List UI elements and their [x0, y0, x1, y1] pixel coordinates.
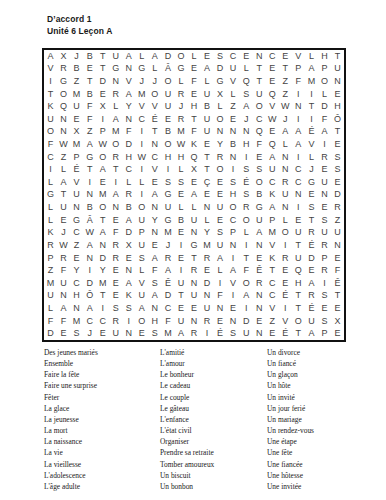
doc-subtitle: Unité 6 Leçon A [47, 25, 112, 37]
grid-cell: T [305, 214, 318, 227]
grid-cell: L [279, 138, 292, 151]
grid-cell: W [57, 239, 70, 252]
grid-cell: A [83, 239, 96, 252]
grid-cell: M [109, 126, 122, 139]
grid-cell: R [331, 201, 344, 214]
grid-cell: O [96, 151, 109, 164]
grid-cell: X [331, 315, 344, 328]
grid-cell: É [305, 302, 318, 315]
grid-cell: S [174, 176, 187, 189]
grid-cell: E [305, 264, 318, 277]
grid-cell: E [266, 63, 279, 76]
grid-cell: R [318, 264, 331, 277]
grid-cell: U [253, 214, 266, 227]
grid-cell: N [214, 126, 227, 139]
grid-cell: T [201, 163, 214, 176]
grid-cell: L [135, 176, 148, 189]
grid-cell: M [135, 88, 148, 101]
grid-cell: U [292, 227, 305, 240]
grid-cell: U [70, 189, 83, 202]
word-list-item: Une invitée [267, 481, 377, 492]
grid-cell: H [240, 138, 253, 151]
grid-cell: A [305, 327, 318, 340]
grid-cell: G [70, 214, 83, 227]
grid-cell: R [122, 189, 135, 202]
grid-cell: I [174, 239, 187, 252]
grid-cell: J [57, 227, 70, 240]
grid-cell: A [174, 327, 187, 340]
word-list-item: Fêter [44, 392, 156, 403]
grid-cell: E [96, 327, 109, 340]
grid-cell: U [57, 277, 70, 290]
grid-cell: L [214, 264, 227, 277]
grid-cell: S [240, 88, 253, 101]
word-list-column-3: Un divorceUn fiancéUn glaçonUn hôteUn in… [267, 347, 377, 492]
grid-cell: R [57, 252, 70, 265]
grid-cell: V [70, 176, 83, 189]
grid-cell: C [161, 302, 174, 315]
grid-cell: M [266, 227, 279, 240]
grid-cell: N [57, 113, 70, 126]
grid-cell: N [201, 201, 214, 214]
grid-cell: G [109, 63, 122, 76]
grid-cell: F [292, 75, 305, 88]
grid-cell: T [201, 151, 214, 164]
grid-cell: B [83, 201, 96, 214]
grid-cell: D [201, 277, 214, 290]
grid-cell: D [122, 138, 135, 151]
grid-cell: I [292, 113, 305, 126]
grid-cell: V [44, 63, 57, 76]
grid-cell: T [96, 63, 109, 76]
grid-cell: E [331, 252, 344, 265]
grid-cell: O [135, 315, 148, 328]
grid-cell: E [318, 302, 331, 315]
word-list-item: Un divorce [267, 347, 377, 358]
grid-cell: N [227, 151, 240, 164]
grid-cell: E [214, 315, 227, 328]
grid-cell: V [227, 75, 240, 88]
grid-cell: V [227, 277, 240, 290]
grid-cell: R [174, 113, 187, 126]
grid-cell: I [292, 201, 305, 214]
grid-cell: H [122, 151, 135, 164]
grid-cell: E [266, 327, 279, 340]
grid-cell: E [187, 302, 200, 315]
grid-cell: L [201, 75, 214, 88]
grid-cell: F [44, 138, 57, 151]
grid-cell: M [305, 75, 318, 88]
grid-cell: F [83, 113, 96, 126]
grid-cell: N [70, 201, 83, 214]
grid-cell: S [109, 302, 122, 315]
word-list-item: Un jour ferié [267, 403, 377, 414]
grid-cell: Ê [253, 264, 266, 277]
grid-cell: E [266, 126, 279, 139]
grid-cell: M [161, 227, 174, 240]
word-list-item: Le couple [160, 392, 264, 403]
grid-cell: N [253, 302, 266, 315]
grid-cell: I [279, 239, 292, 252]
word-list-item: La vie [44, 447, 156, 458]
grid-cell: I [174, 264, 187, 277]
grid-cell: O [57, 88, 70, 101]
grid-cell: U [57, 201, 70, 214]
grid-cell: I [44, 75, 57, 88]
grid-cell: V [305, 138, 318, 151]
grid-cell: K [187, 138, 200, 151]
grid-cell: Q [292, 264, 305, 277]
grid-cell: F [57, 264, 70, 277]
grid-cell: G [161, 189, 174, 202]
doc-title: D’accord 1 [47, 13, 112, 25]
grid-cell: U [161, 100, 174, 113]
grid-cell: W [174, 138, 187, 151]
grid-cell: O [174, 50, 187, 63]
grid-cell: L [44, 201, 57, 214]
grid-cell: E [253, 252, 266, 265]
word-list-item: La jeunesse [44, 414, 156, 425]
grid-cell: B [70, 63, 83, 76]
grid-cell: L [135, 50, 148, 63]
grid-cell: O [109, 138, 122, 151]
word-list-item: L'enfance [160, 414, 264, 425]
word-list-item: Le bonheur [160, 369, 264, 380]
grid-cell: N [279, 163, 292, 176]
grid-cell: F [253, 138, 266, 151]
grid-cell: É [214, 327, 227, 340]
grid-cell: O [161, 75, 174, 88]
word-list-item: Une étape [267, 436, 377, 447]
grid-cell: U [214, 201, 227, 214]
grid-cell: T [279, 63, 292, 76]
grid-cell: A [240, 290, 253, 303]
grid-cell: E [279, 277, 292, 290]
grid-cell: V [279, 315, 292, 328]
grid-cell: E [96, 88, 109, 101]
grid-cell: A [83, 302, 96, 315]
grid-cell: F [161, 315, 174, 328]
grid-cell: J [148, 75, 161, 88]
grid-cell: L [148, 63, 161, 76]
grid-cell: C [70, 227, 83, 240]
grid-cell: M [174, 126, 187, 139]
grid-cell: O [148, 88, 161, 101]
grid-cell: U [253, 88, 266, 101]
grid-cell: U [214, 239, 227, 252]
grid-cell: N [318, 189, 331, 202]
grid-cell: V [266, 302, 279, 315]
grid-cell: Ê [161, 277, 174, 290]
grid-cell: Q [266, 88, 279, 101]
grid-cell: Ç [201, 176, 214, 189]
grid-cell: L [44, 302, 57, 315]
grid-cell: T [253, 63, 266, 76]
grid-cell: Z [44, 264, 57, 277]
grid-cell: E [318, 163, 331, 176]
grid-cell: F [44, 315, 57, 328]
grid-cell: G [214, 75, 227, 88]
grid-cell: M [70, 138, 83, 151]
grid-cell: R [161, 252, 174, 265]
grid-cell: N [122, 327, 135, 340]
grid-cell: I [135, 126, 148, 139]
word-list-item: Une fête [267, 447, 377, 458]
grid-cell: O [161, 138, 174, 151]
grid-cell: U [174, 277, 187, 290]
grid-cell: E [83, 63, 96, 76]
grid-cell: I [227, 163, 240, 176]
grid-cell: O [44, 126, 57, 139]
grid-cell: C [148, 151, 161, 164]
grid-cell: C [266, 290, 279, 303]
grid-cell: W [135, 151, 148, 164]
grid-cell: Y [201, 227, 214, 240]
grid-cell: I [135, 138, 148, 151]
grid-cell: E [109, 264, 122, 277]
grid-cell: R [187, 327, 200, 340]
grid-cell: E [122, 252, 135, 265]
grid-cell: Y [122, 100, 135, 113]
grid-cell: O [214, 113, 227, 126]
word-list-item: Un rendez-vous [267, 425, 377, 436]
grid-cell: Ô [331, 113, 344, 126]
grid-cell: P [318, 327, 331, 340]
grid-cell: A [57, 302, 70, 315]
grid-cell: V [135, 100, 148, 113]
word-list-item: La naissance [44, 436, 156, 447]
grid-cell: E [331, 176, 344, 189]
grid-cell: G [187, 239, 200, 252]
grid-cell: A [318, 126, 331, 139]
grid-cell: N [331, 75, 344, 88]
wordsearch-grid: AXJBTUALADOLESCENCEVLHTVRBETGNGLÂGEADULT… [42, 48, 346, 342]
grid-cell: D [305, 252, 318, 265]
grid-cell: U [44, 290, 57, 303]
grid-cell: F [214, 290, 227, 303]
grid-cell: H [331, 100, 344, 113]
word-list-item: L'âge adulte [44, 481, 156, 492]
grid-cell: P [135, 227, 148, 240]
grid-cell: I [318, 277, 331, 290]
grid-cell: Z [70, 239, 83, 252]
grid-cell: R [318, 239, 331, 252]
word-list-item: La glace [44, 403, 156, 414]
grid-cell: N [227, 126, 240, 139]
grid-cell: E [174, 302, 187, 315]
grid-cell: U [279, 189, 292, 202]
grid-cell: T [331, 126, 344, 139]
grid-cell: U [331, 227, 344, 240]
grid-cell: F [148, 264, 161, 277]
grid-cell: I [83, 264, 96, 277]
word-list-item: Le cadeau [160, 380, 264, 391]
grid-cell: N [70, 302, 83, 315]
grid-cell: B [83, 88, 96, 101]
grid-cell: J [240, 113, 253, 126]
word-list-item: Le gâteau [160, 403, 264, 414]
grid-cell: N [227, 315, 240, 328]
grid-cell: H [174, 151, 187, 164]
grid-cell: M [70, 315, 83, 328]
grid-cell: A [148, 252, 161, 265]
grid-cell: O [96, 201, 109, 214]
grid-cell: F [331, 264, 344, 277]
grid-cell: I [44, 163, 57, 176]
grid-cell: U [201, 126, 214, 139]
grid-cell: E [305, 189, 318, 202]
grid-cell: S [318, 214, 331, 227]
grid-cell: I [227, 290, 240, 303]
grid-cell: A [122, 88, 135, 101]
grid-cell: R [279, 252, 292, 265]
word-list-item: L'amour [160, 358, 264, 369]
grid-cell: A [305, 63, 318, 76]
word-list-item: Ensemble [44, 358, 156, 369]
grid-cell: É [240, 176, 253, 189]
grid-cell: T [109, 163, 122, 176]
grid-cell: E [240, 50, 253, 63]
word-list-item: Tomber amoureux [160, 459, 264, 470]
grid-cell: L [187, 50, 200, 63]
grid-cell: Y [70, 264, 83, 277]
grid-cell: A [96, 227, 109, 240]
grid-cell: E [70, 113, 83, 126]
grid-cell: J [174, 100, 187, 113]
grid-cell: I [201, 327, 214, 340]
grid-cell: R [201, 315, 214, 328]
grid-cell: N [253, 239, 266, 252]
grid-cell: N [187, 315, 200, 328]
grid-cell: E [331, 327, 344, 340]
grid-cell: W [57, 138, 70, 151]
word-list-item: La vieillesse [44, 459, 156, 470]
grid-cell: E [187, 63, 200, 76]
grid-cell: I [96, 113, 109, 126]
grid-cell: I [305, 113, 318, 126]
grid-cell: U [109, 50, 122, 63]
grid-cell: S [253, 163, 266, 176]
grid-cell: P [292, 63, 305, 76]
grid-cell: A [253, 227, 266, 240]
grid-cell: U [109, 327, 122, 340]
grid-cell: F [83, 100, 96, 113]
grid-cell: H [292, 277, 305, 290]
grid-cell: U [135, 239, 148, 252]
grid-cell: T [174, 290, 187, 303]
grid-cell: Y [214, 138, 227, 151]
grid-cell: É [70, 163, 83, 176]
grid-cell: D [318, 100, 331, 113]
grid-cell: E [331, 302, 344, 315]
grid-cell: C [266, 277, 279, 290]
grid-cell: S [318, 290, 331, 303]
grid-cell: S [240, 189, 253, 202]
grid-cell: R [109, 315, 122, 328]
grid-cell: T [331, 50, 344, 63]
grid-cell: W [96, 138, 109, 151]
grid-cell: A [279, 126, 292, 139]
grid-cell: A [292, 126, 305, 139]
grid-cell: N [240, 126, 253, 139]
grid-cell: A [266, 201, 279, 214]
grid-cell: C [266, 176, 279, 189]
grid-cell: N [187, 277, 200, 290]
grid-cell: V [266, 100, 279, 113]
grid-cell: E [96, 176, 109, 189]
grid-cell: B [161, 126, 174, 139]
grid-cell: T [305, 100, 318, 113]
grid-cell: U [266, 163, 279, 176]
grid-cell: A [96, 163, 109, 176]
grid-cell: I [318, 138, 331, 151]
grid-cell: I [240, 239, 253, 252]
grid-cell: N [122, 63, 135, 76]
grid-cell: N [109, 201, 122, 214]
grid-cell: W [266, 113, 279, 126]
grid-cell: T [57, 189, 70, 202]
grid-cell: Y [148, 214, 161, 227]
grid-cell: X [187, 163, 200, 176]
grid-cell: N [122, 113, 135, 126]
grid-cell: É [305, 126, 318, 139]
worksheet-page: D’accord 1 Unité 6 Leçon A AXJBTUALADOLE… [0, 0, 386, 500]
grid-cell: I [214, 277, 227, 290]
grid-cell: E [109, 277, 122, 290]
grid-cell: H [161, 151, 174, 164]
grid-cell: C [122, 163, 135, 176]
grid-cell: E [318, 201, 331, 214]
grid-cell: R [174, 88, 187, 101]
grid-cell: K [44, 227, 57, 240]
grid-cell: C [227, 50, 240, 63]
grid-cell: L [305, 151, 318, 164]
grid-cell: A [240, 100, 253, 113]
grid-cell: C [83, 315, 96, 328]
grid-cell: E [57, 327, 70, 340]
grid-cell: E [161, 113, 174, 126]
grid-cell: E [331, 138, 344, 151]
grid-cell: U [44, 113, 57, 126]
grid-cell: J [83, 327, 96, 340]
grid-cell: N [279, 201, 292, 214]
grid-cell: L [44, 176, 57, 189]
grid-cell: O [279, 227, 292, 240]
grid-cell: F [122, 126, 135, 139]
grid-cell: N [187, 227, 200, 240]
grid-cell: Ô [83, 290, 96, 303]
grid-cell: E [187, 88, 200, 101]
grid-cell: U [201, 88, 214, 101]
grid-cell: N [331, 239, 344, 252]
grid-cell: S [161, 176, 174, 189]
grid-cell: X [214, 88, 227, 101]
grid-cell: C [292, 176, 305, 189]
grid-cell: X [70, 126, 83, 139]
grid-cell: B [227, 138, 240, 151]
grid-cell: E [266, 75, 279, 88]
word-list-item: Organiser [160, 436, 264, 447]
grid-cell: T [187, 113, 200, 126]
grid-cell: F [240, 264, 253, 277]
grid-cell: Q [253, 126, 266, 139]
grid-cell: P [96, 126, 109, 139]
grid-cell: U [201, 302, 214, 315]
grid-cell: T [83, 163, 96, 176]
grid-cell: N [57, 126, 70, 139]
grid-cell: L [187, 201, 200, 214]
grid-cell: E [174, 189, 187, 202]
